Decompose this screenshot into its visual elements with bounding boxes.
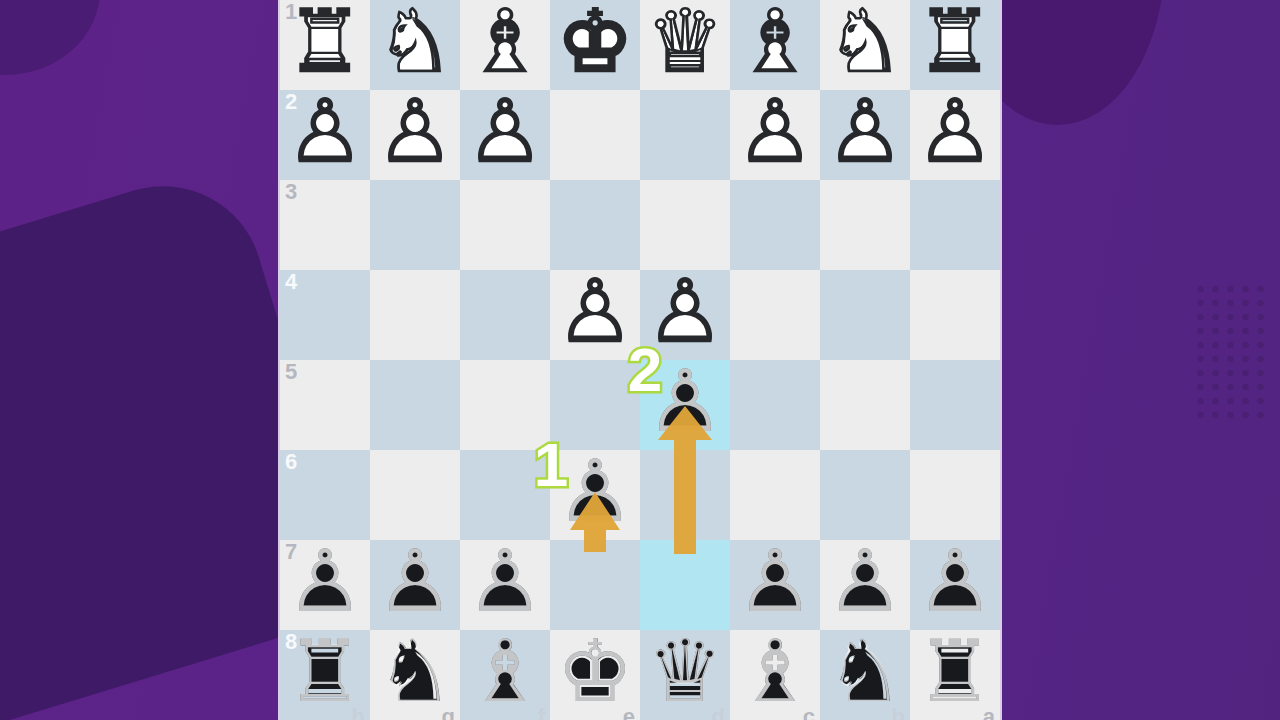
- square-a6[interactable]: [910, 450, 1000, 540]
- square-g2[interactable]: ♟♙: [370, 90, 460, 180]
- square-b1[interactable]: ♞♘: [820, 0, 910, 90]
- square-a7[interactable]: ♟♙: [910, 540, 1000, 630]
- square-a3[interactable]: [910, 180, 1000, 270]
- square-d3[interactable]: [640, 180, 730, 270]
- piece-white-pawn: ♟♙: [730, 90, 820, 180]
- piece-black-pawn: ♟♙: [640, 360, 730, 450]
- piece-black-king: ♚♔: [550, 630, 640, 720]
- piece-white-bishop: ♝♗: [460, 0, 550, 90]
- piece-white-knight: ♞♘: [370, 0, 460, 90]
- square-f6[interactable]: [460, 450, 550, 540]
- piece-white-pawn: ♟♙: [280, 90, 370, 180]
- piece-black-knight: ♞♘: [370, 630, 460, 720]
- piece-white-knight: ♞♘: [820, 0, 910, 90]
- square-c2[interactable]: ♟♙: [730, 90, 820, 180]
- square-f2[interactable]: ♟♙: [460, 90, 550, 180]
- square-d1[interactable]: ♛♕: [640, 0, 730, 90]
- square-c6[interactable]: [730, 450, 820, 540]
- square-a1[interactable]: ♜♖: [910, 0, 1000, 90]
- square-c7[interactable]: ♟♙: [730, 540, 820, 630]
- piece-white-pawn: ♟♙: [460, 90, 550, 180]
- square-g8[interactable]: g♞♘: [370, 630, 460, 720]
- square-e7[interactable]: [550, 540, 640, 630]
- piece-white-rook: ♜♖: [280, 0, 370, 90]
- square-h3[interactable]: 3: [280, 180, 370, 270]
- square-e8[interactable]: e♚♔: [550, 630, 640, 720]
- square-h8[interactable]: 8h♜♖: [280, 630, 370, 720]
- rank-label-3: 3: [285, 181, 297, 203]
- piece-white-rook: ♜♖: [910, 0, 1000, 90]
- square-c8[interactable]: c♝♗: [730, 630, 820, 720]
- square-f8[interactable]: f♝♗: [460, 630, 550, 720]
- piece-white-pawn: ♟♙: [820, 90, 910, 180]
- piece-white-pawn: ♟♙: [640, 270, 730, 360]
- square-c3[interactable]: [730, 180, 820, 270]
- piece-white-queen: ♛♕: [640, 0, 730, 90]
- square-h7[interactable]: 7♟♙: [280, 540, 370, 630]
- piece-black-bishop: ♝♗: [460, 630, 550, 720]
- square-h6[interactable]: 6: [280, 450, 370, 540]
- square-b2[interactable]: ♟♙: [820, 90, 910, 180]
- square-h4[interactable]: 4: [280, 270, 370, 360]
- square-b5[interactable]: [820, 360, 910, 450]
- piece-black-pawn: ♟♙: [460, 540, 550, 630]
- piece-black-rook: ♜♖: [910, 630, 1000, 720]
- square-g1[interactable]: ♞♘: [370, 0, 460, 90]
- piece-black-pawn: ♟♙: [820, 540, 910, 630]
- piece-black-pawn: ♟♙: [910, 540, 1000, 630]
- square-b8[interactable]: b♞♘: [820, 630, 910, 720]
- square-e2[interactable]: [550, 90, 640, 180]
- square-h1[interactable]: 1♜♖: [280, 0, 370, 90]
- square-c1[interactable]: ♝♗: [730, 0, 820, 90]
- square-e5[interactable]: [550, 360, 640, 450]
- board-edge-right: [1000, 0, 1002, 720]
- board-wrapper: 1♜♖♞♘♝♗♚♔♛♕♝♗♞♘♜♖2♟♙♟♙♟♙♟♙♟♙♟♙34♟♙♟♙5♟♙6…: [280, 0, 1000, 720]
- chess-board: 1♜♖♞♘♝♗♚♔♛♕♝♗♞♘♜♖2♟♙♟♙♟♙♟♙♟♙♟♙34♟♙♟♙5♟♙6…: [280, 0, 1000, 720]
- square-d5[interactable]: ♟♙: [640, 360, 730, 450]
- square-e6[interactable]: ♟♙: [550, 450, 640, 540]
- square-g5[interactable]: [370, 360, 460, 450]
- square-e3[interactable]: [550, 180, 640, 270]
- square-e4[interactable]: ♟♙: [550, 270, 640, 360]
- piece-black-queen: ♛♕: [640, 630, 730, 720]
- square-f1[interactable]: ♝♗: [460, 0, 550, 90]
- square-d6[interactable]: [640, 450, 730, 540]
- background-dot-pattern: [1193, 282, 1267, 418]
- square-f7[interactable]: ♟♙: [460, 540, 550, 630]
- square-d8[interactable]: d♛♕: [640, 630, 730, 720]
- piece-black-pawn: ♟♙: [280, 540, 370, 630]
- square-a4[interactable]: [910, 270, 1000, 360]
- square-e1[interactable]: ♚♔: [550, 0, 640, 90]
- square-g7[interactable]: ♟♙: [370, 540, 460, 630]
- square-b4[interactable]: [820, 270, 910, 360]
- background-blob-top-left: [0, 0, 100, 75]
- square-f4[interactable]: [460, 270, 550, 360]
- rank-label-4: 4: [285, 271, 297, 293]
- piece-white-pawn: ♟♙: [550, 270, 640, 360]
- rank-label-6: 6: [285, 451, 297, 473]
- square-g3[interactable]: [370, 180, 460, 270]
- square-c4[interactable]: [730, 270, 820, 360]
- piece-black-knight: ♞♘: [820, 630, 910, 720]
- square-h5[interactable]: 5: [280, 360, 370, 450]
- square-a5[interactable]: [910, 360, 1000, 450]
- square-h2[interactable]: 2♟♙: [280, 90, 370, 180]
- piece-white-pawn: ♟♙: [370, 90, 460, 180]
- square-g4[interactable]: [370, 270, 460, 360]
- square-d4[interactable]: ♟♙: [640, 270, 730, 360]
- square-b7[interactable]: ♟♙: [820, 540, 910, 630]
- square-d2[interactable]: [640, 90, 730, 180]
- piece-black-pawn: ♟♙: [550, 450, 640, 540]
- square-b6[interactable]: [820, 450, 910, 540]
- piece-black-pawn: ♟♙: [370, 540, 460, 630]
- piece-white-bishop: ♝♗: [730, 0, 820, 90]
- square-d7[interactable]: [640, 540, 730, 630]
- square-a8[interactable]: a♜♖: [910, 630, 1000, 720]
- square-g6[interactable]: [370, 450, 460, 540]
- piece-white-pawn: ♟♙: [910, 90, 1000, 180]
- square-f5[interactable]: [460, 360, 550, 450]
- square-a2[interactable]: ♟♙: [910, 90, 1000, 180]
- piece-black-rook: ♜♖: [280, 630, 370, 720]
- square-f3[interactable]: [460, 180, 550, 270]
- square-b3[interactable]: [820, 180, 910, 270]
- piece-black-pawn: ♟♙: [730, 540, 820, 630]
- rank-label-5: 5: [285, 361, 297, 383]
- piece-white-king: ♚♔: [550, 0, 640, 90]
- piece-black-bishop: ♝♗: [730, 630, 820, 720]
- square-c5[interactable]: [730, 360, 820, 450]
